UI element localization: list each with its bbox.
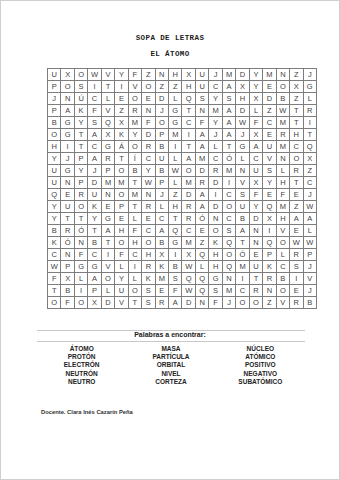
- grid-cell-r7c12: A: [196, 141, 209, 153]
- grid-cell-r5c4: S: [88, 117, 101, 129]
- grid-cell-r14c9: A: [156, 225, 169, 237]
- word-item: CORTEZA: [126, 378, 215, 386]
- grid-cell-r13c5: G: [102, 213, 115, 225]
- grid-cell-r19c14: M: [223, 285, 236, 297]
- grid-cell-r4c5: V: [102, 105, 115, 117]
- grid-cell-r2c12: U: [196, 81, 209, 93]
- grid-cell-r11c8: N: [142, 189, 155, 201]
- grid-cell-r12c8: R: [142, 201, 155, 213]
- word-item: NEUTRO: [37, 378, 126, 386]
- grid-cell-r8c10: L: [169, 153, 182, 165]
- word-item: ELECTRÓN: [37, 361, 126, 369]
- grid-cell-r1c6: Y: [115, 69, 128, 81]
- grid-cell-r16c6: F: [115, 249, 128, 261]
- grid-cell-r9c15: N: [236, 165, 249, 177]
- grid-cell-r13c20: A: [304, 213, 317, 225]
- grid-cell-r9c17: S: [263, 165, 276, 177]
- grid-cell-r16c12: Q: [196, 249, 209, 261]
- grid-cell-r11c14: C: [223, 189, 236, 201]
- grid-cell-r11c9: J: [156, 189, 169, 201]
- grid-cell-r14c8: C: [142, 225, 155, 237]
- grid-cell-r16c14: O: [223, 249, 236, 261]
- grid-cell-r1c18: N: [277, 69, 290, 81]
- grid-cell-r19c5: L: [102, 285, 115, 297]
- grid-cell-r11c2: E: [61, 189, 74, 201]
- grid-cell-r10c19: T: [290, 177, 303, 189]
- grid-cell-r19c17: N: [263, 285, 276, 297]
- grid-cell-r1c10: H: [169, 69, 182, 81]
- word-item: NEGATIVO: [216, 370, 305, 378]
- grid-cell-r5c12: F: [196, 117, 209, 129]
- grid-cell-r10c11: M: [182, 177, 195, 189]
- grid-cell-r14c13: O: [209, 225, 222, 237]
- grid-cell-r5c1: B: [48, 117, 61, 129]
- grid-cell-r1c13: J: [209, 69, 222, 81]
- grid-cell-r9c10: W: [169, 165, 182, 177]
- grid-cell-r19c8: S: [142, 285, 155, 297]
- grid-cell-r4c16: L: [250, 105, 263, 117]
- grid-cell-r12c12: A: [196, 201, 209, 213]
- grid-cell-r6c13: J: [209, 129, 222, 141]
- grid-cell-r11c16: F: [250, 189, 263, 201]
- grid-cell-r12c16: Y: [250, 201, 263, 213]
- grid-cell-r19c2: B: [61, 285, 74, 297]
- grid-cell-r2c10: Z: [169, 81, 182, 93]
- grid-cell-r5c20: I: [304, 117, 317, 129]
- grid-cell-r6c9: P: [156, 129, 169, 141]
- grid-cell-r20c16: O: [250, 297, 263, 309]
- grid-cell-r5c7: M: [129, 117, 142, 129]
- word-item: ÁTOMO: [37, 345, 126, 353]
- grid-cell-r16c16: E: [250, 249, 263, 261]
- grid-cell-r15c3: N: [75, 237, 88, 249]
- grid-cell-r20c13: F: [209, 297, 222, 309]
- grid-cell-r17c2: P: [61, 261, 74, 273]
- grid-cell-r8c20: X: [304, 153, 317, 165]
- grid-cell-r15c5: T: [102, 237, 115, 249]
- grid-cell-r16c15: Ó: [236, 249, 249, 261]
- grid-cell-r13c7: L: [129, 213, 142, 225]
- grid-cell-r14c15: A: [236, 225, 249, 237]
- grid-cell-r7c14: T: [223, 141, 236, 153]
- grid-cell-r14c14: S: [223, 225, 236, 237]
- grid-cell-r3c7: O: [129, 93, 142, 105]
- grid-cell-r10c12: R: [196, 177, 209, 189]
- grid-cell-r5c15: W: [236, 117, 249, 129]
- grid-cell-r20c20: B: [304, 297, 317, 309]
- grid-cell-r20c9: R: [156, 297, 169, 309]
- grid-cell-r5c14: A: [223, 117, 236, 129]
- grid-cell-r16c9: X: [156, 249, 169, 261]
- grid-cell-r17c14: Q: [223, 261, 236, 273]
- puzzle-subtitle: EL ÁTOMO: [1, 50, 339, 58]
- grid-cell-r17c12: L: [196, 261, 209, 273]
- grid-cell-r15c13: K: [209, 237, 222, 249]
- grid-cell-r5c8: F: [142, 117, 155, 129]
- grid-cell-r3c6: E: [115, 93, 128, 105]
- grid-cell-r7c20: Q: [304, 141, 317, 153]
- grid-cell-r9c8: Y: [142, 165, 155, 177]
- grid-cell-r15c6: O: [115, 237, 128, 249]
- grid-cell-r6c5: X: [102, 129, 115, 141]
- grid-cell-r8c13: C: [209, 153, 222, 165]
- grid-cell-r10c16: X: [250, 177, 263, 189]
- grid-cell-r12c18: M: [277, 201, 290, 213]
- grid-cell-r6c14: A: [223, 129, 236, 141]
- grid-cell-r19c3: I: [75, 285, 88, 297]
- grid-cell-r13c9: C: [156, 213, 169, 225]
- grid-cell-r2c14: A: [223, 81, 236, 93]
- grid-cell-r9c11: O: [182, 165, 195, 177]
- grid-cell-r14c20: L: [304, 225, 317, 237]
- grid-cell-r15c14: Q: [223, 237, 236, 249]
- grid-cell-r17c15: M: [236, 261, 249, 273]
- grid-cell-r18c5: O: [102, 273, 115, 285]
- grid-cell-r15c7: H: [129, 237, 142, 249]
- grid-cell-r14c6: H: [115, 225, 128, 237]
- grid-cell-r11c15: S: [236, 189, 249, 201]
- grid-cell-r16c4: C: [88, 249, 101, 261]
- grid-cell-r6c16: X: [250, 129, 263, 141]
- grid-cell-r11c1: Q: [48, 189, 61, 201]
- grid-cell-r6c7: Y: [129, 129, 142, 141]
- grid-cell-r15c4: B: [88, 237, 101, 249]
- grid-cell-r10c10: L: [169, 177, 182, 189]
- grid-cell-r3c2: N: [61, 93, 74, 105]
- grid-cell-r20c10: A: [169, 297, 182, 309]
- grid-cell-r13c16: D: [250, 213, 263, 225]
- grid-cell-r8c4: A: [88, 153, 101, 165]
- grid-cell-r19c6: U: [115, 285, 128, 297]
- grid-cell-r20c12: N: [196, 297, 209, 309]
- grid-cell-r13c3: T: [75, 213, 88, 225]
- grid-cell-r1c4: W: [88, 69, 101, 81]
- grid-cell-r5c11: C: [182, 117, 195, 129]
- grid-cell-r16c1: C: [48, 249, 61, 261]
- grid-cell-r18c19: I: [290, 273, 303, 285]
- grid-cell-r18c15: I: [236, 273, 249, 285]
- grid-cell-r10c8: W: [142, 177, 155, 189]
- grid-cell-r12c20: W: [304, 201, 317, 213]
- grid-cell-r8c1: Y: [48, 153, 61, 165]
- grid-cell-r11c3: R: [75, 189, 88, 201]
- grid-cell-r20c2: F: [61, 297, 74, 309]
- grid-cell-r12c5: E: [102, 201, 115, 213]
- grid-cell-r18c12: Q: [196, 273, 209, 285]
- grid-cell-r4c15: D: [236, 105, 249, 117]
- grid-cell-r1c5: V: [102, 69, 115, 81]
- grid-cell-r13c13: N: [209, 213, 222, 225]
- grid-cell-r17c19: S: [290, 261, 303, 273]
- grid-cell-r4c10: G: [169, 105, 182, 117]
- grid-cell-r9c20: Z: [304, 165, 317, 177]
- grid-cell-r6c20: T: [304, 129, 317, 141]
- grid-cell-r17c9: K: [156, 261, 169, 273]
- grid-cell-r13c18: H: [277, 213, 290, 225]
- grid-cell-r13c11: R: [182, 213, 195, 225]
- grid-cell-r19c11: W: [182, 285, 195, 297]
- grid-cell-r13c14: C: [223, 213, 236, 225]
- grid-cell-r8c11: A: [182, 153, 195, 165]
- grid-cell-r4c12: N: [196, 105, 209, 117]
- grid-cell-r11c19: E: [290, 189, 303, 201]
- grid-cell-r7c7: O: [129, 141, 142, 153]
- grid-cell-r18c7: L: [129, 273, 142, 285]
- grid-cell-r10c1: U: [48, 177, 61, 189]
- grid-cell-r5c10: G: [169, 117, 182, 129]
- grid-cell-r20c7: T: [129, 297, 142, 309]
- word-list-column-1: ÁTOMOPROTÓNELECTRÓNNEUTRÓNNEUTRO: [37, 345, 126, 386]
- grid-cell-r13c19: A: [290, 213, 303, 225]
- grid-cell-r17c17: K: [263, 261, 276, 273]
- grid-cell-r19c19: E: [290, 285, 303, 297]
- grid-cell-r19c15: C: [236, 285, 249, 297]
- grid-cell-r11c18: F: [277, 189, 290, 201]
- grid-cell-r2c13: C: [209, 81, 222, 93]
- grid-cell-r8c17: V: [263, 153, 276, 165]
- grid-cell-r3c15: H: [236, 93, 249, 105]
- grid-cell-r14c4: T: [88, 225, 101, 237]
- grid-cell-r6c4: A: [88, 129, 101, 141]
- grid-cell-r4c6: Z: [115, 105, 128, 117]
- grid-cell-r5c3: Y: [75, 117, 88, 129]
- grid-cell-r7c15: G: [236, 141, 249, 153]
- grid-cell-r7c18: M: [277, 141, 290, 153]
- grid-cell-r20c6: V: [115, 297, 128, 309]
- grid-cell-r15c17: Q: [263, 237, 276, 249]
- grid-cell-r18c14: N: [223, 273, 236, 285]
- word-list-column-3: NÚCLEOATÓMICOPOSITIVONEGATIVOSUBATÓMICO: [216, 345, 305, 386]
- grid-cell-r13c15: B: [236, 213, 249, 225]
- grid-cell-r16c17: P: [263, 249, 276, 261]
- grid-cell-r6c17: E: [263, 129, 276, 141]
- grid-cell-r1c3: O: [75, 69, 88, 81]
- grid-cell-r6c15: J: [236, 129, 249, 141]
- grid-cell-r3c16: X: [250, 93, 263, 105]
- grid-cell-r20c1: O: [48, 297, 61, 309]
- grid-cell-r6c12: A: [196, 129, 209, 141]
- grid-cell-r18c11: Q: [182, 273, 195, 285]
- grid-cell-r3c13: Y: [209, 93, 222, 105]
- grid-cell-r2c2: O: [61, 81, 74, 93]
- grid-cell-r19c10: F: [169, 285, 182, 297]
- grid-cell-r5c2: G: [61, 117, 74, 129]
- grid-cell-r10c14: I: [223, 177, 236, 189]
- grid-cell-r14c5: A: [102, 225, 115, 237]
- grid-cell-r18c6: Y: [115, 273, 128, 285]
- grid-cell-r19c20: J: [304, 285, 317, 297]
- word-item: NÚCLEO: [216, 345, 305, 353]
- grid-cell-r1c2: X: [61, 69, 74, 81]
- grid-cell-r2c15: X: [236, 81, 249, 93]
- grid-cell-r6c19: H: [290, 129, 303, 141]
- word-item: SUBATÓMICO: [216, 378, 305, 386]
- grid-cell-r16c19: R: [290, 249, 303, 261]
- grid-cell-r10c20: C: [304, 177, 317, 189]
- grid-cell-r14c2: R: [61, 225, 74, 237]
- word-list: ÁTOMOPROTÓNELECTRÓNNEUTRÓNNEUTROMASAPART…: [37, 345, 305, 386]
- grid-cell-r3c19: Z: [290, 93, 303, 105]
- grid-cell-r8c15: L: [236, 153, 249, 165]
- grid-cell-r3c18: B: [277, 93, 290, 105]
- grid-cell-r3c3: Ú: [75, 93, 88, 105]
- grid-cell-r1c15: D: [236, 69, 249, 81]
- grid-cell-r12c10: H: [169, 201, 182, 213]
- grid-cell-r9c16: U: [250, 165, 263, 177]
- grid-cell-r5c17: C: [263, 117, 276, 129]
- grid-cell-r14c11: C: [182, 225, 195, 237]
- grid-cell-r15c19: W: [290, 237, 303, 249]
- grid-cell-r4c11: T: [182, 105, 195, 117]
- grid-cell-r8c3: P: [75, 153, 88, 165]
- grid-cell-r9c1: U: [48, 165, 61, 177]
- grid-cell-r1c12: U: [196, 69, 209, 81]
- grid-cell-r13c17: X: [263, 213, 276, 225]
- grid-cell-r2c20: G: [304, 81, 317, 93]
- grid-cell-r17c3: G: [75, 261, 88, 273]
- grid-cell-r14c18: V: [277, 225, 290, 237]
- grid-cell-r2c8: O: [142, 81, 155, 93]
- grid-cell-r1c1: U: [48, 69, 61, 81]
- grid-cell-r13c4: Y: [88, 213, 101, 225]
- grid-cell-r12c19: Z: [290, 201, 303, 213]
- grid-cell-r17c20: J: [304, 261, 317, 273]
- grid-cell-r9c19: R: [290, 165, 303, 177]
- grid-cell-r10c6: M: [115, 177, 128, 189]
- grid-cell-r7c3: T: [75, 141, 88, 153]
- grid-cell-r4c19: T: [290, 105, 303, 117]
- grid-cell-r8c5: R: [102, 153, 115, 165]
- grid-cell-r12c6: P: [115, 201, 128, 213]
- grid-cell-r17c4: G: [88, 261, 101, 273]
- grid-cell-r15c16: N: [250, 237, 263, 249]
- grid-cell-r12c14: O: [223, 201, 236, 213]
- grid-cell-r20c5: D: [102, 297, 115, 309]
- grid-cell-r7c17: U: [263, 141, 276, 153]
- grid-cell-r15c10: G: [169, 237, 182, 249]
- grid-cell-r18c13: G: [209, 273, 222, 285]
- grid-cell-r16c13: H: [209, 249, 222, 261]
- grid-cell-r18c20: V: [304, 273, 317, 285]
- word-item: NEUTRÓN: [37, 370, 126, 378]
- grid-cell-r13c12: Ó: [196, 213, 209, 225]
- grid-cell-r17c13: H: [209, 261, 222, 273]
- grid-cell-r11c11: D: [182, 189, 195, 201]
- grid-cell-r12c15: U: [236, 201, 249, 213]
- grid-cell-r10c4: D: [88, 177, 101, 189]
- grid-cell-r6c2: G: [61, 129, 74, 141]
- grid-cell-r9c3: Y: [75, 165, 88, 177]
- grid-cell-r11c7: M: [129, 189, 142, 201]
- grid-cell-r3c20: L: [304, 93, 317, 105]
- grid-cell-r6c1: O: [48, 129, 61, 141]
- grid-cell-r12c3: O: [75, 201, 88, 213]
- grid-cell-r2c5: T: [102, 81, 115, 93]
- grid-cell-r13c2: T: [61, 213, 74, 225]
- grid-cell-r17c6: L: [115, 261, 128, 273]
- grid-cell-r20c19: R: [290, 297, 303, 309]
- grid-cell-r17c16: U: [250, 261, 263, 273]
- grid-cell-r17c7: I: [129, 261, 142, 273]
- grid-cell-r7c9: B: [156, 141, 169, 153]
- teacher-credit: Docente. Clara Inés Cazarín Peña: [41, 409, 133, 415]
- grid-cell-r8c7: Í: [129, 153, 142, 165]
- grid-cell-r18c1: F: [48, 273, 61, 285]
- grid-cell-r16c8: H: [142, 249, 155, 261]
- grid-cell-r10c2: N: [61, 177, 74, 189]
- grid-cell-r18c9: M: [156, 273, 169, 285]
- grid-cell-r9c6: O: [115, 165, 128, 177]
- grid-cell-r3c17: D: [263, 93, 276, 105]
- grid-cell-r16c7: C: [129, 249, 142, 261]
- grid-cell-r11c17: E: [263, 189, 276, 201]
- grid-cell-r19c16: R: [250, 285, 263, 297]
- grid-cell-r12c4: K: [88, 201, 101, 213]
- grid-cell-r12c9: L: [156, 201, 169, 213]
- grid-cell-r4c17: Z: [263, 105, 276, 117]
- grid-cell-r7c19: C: [290, 141, 303, 153]
- grid-cell-r5c13: Y: [209, 117, 222, 129]
- grid-cell-r10c18: H: [277, 177, 290, 189]
- grid-cell-r7c1: H: [48, 141, 61, 153]
- grid-cell-r1c19: Z: [290, 69, 303, 81]
- grid-cell-r18c8: K: [142, 273, 155, 285]
- grid-cell-r10c5: M: [102, 177, 115, 189]
- grid-cell-r7c11: T: [182, 141, 195, 153]
- grid-cell-r1c20: J: [304, 69, 317, 81]
- grid-cell-r1c16: Y: [250, 69, 263, 81]
- grid-cell-r20c14: J: [223, 297, 236, 309]
- grid-cell-r9c18: L: [277, 165, 290, 177]
- grid-cell-r4c14: A: [223, 105, 236, 117]
- grid-cell-r9c7: B: [129, 165, 142, 177]
- grid-cell-r7c8: R: [142, 141, 155, 153]
- grid-cell-r2c11: H: [182, 81, 195, 93]
- grid-cell-r14c17: I: [263, 225, 276, 237]
- grid-cell-r17c8: R: [142, 261, 155, 273]
- grid-cell-r8c2: J: [61, 153, 74, 165]
- grid-cell-r1c11: X: [182, 69, 195, 81]
- grid-cell-r12c11: R: [182, 201, 195, 213]
- grid-cell-r2c7: V: [129, 81, 142, 93]
- grid-cell-r11c6: O: [115, 189, 128, 201]
- grid-cell-r10c7: T: [129, 177, 142, 189]
- grid-cell-r15c2: Ó: [61, 237, 74, 249]
- grid-cell-r16c20: P: [304, 249, 317, 261]
- grid-cell-r4c8: N: [142, 105, 155, 117]
- grid-cell-r6c6: K: [115, 129, 128, 141]
- word-list-heading: Palabras a encontrar:: [1, 331, 339, 338]
- grid-cell-r5c6: X: [115, 117, 128, 129]
- grid-cell-r10c15: V: [236, 177, 249, 189]
- grid-cell-r17c1: W: [48, 261, 61, 273]
- grid-cell-r2c1: P: [48, 81, 61, 93]
- grid-cell-r13c8: E: [142, 213, 155, 225]
- grid-cell-r20c8: S: [142, 297, 155, 309]
- grid-cell-r16c5: I: [102, 249, 115, 261]
- grid-cell-r9c9: B: [156, 165, 169, 177]
- grid-cell-r15c1: K: [48, 237, 61, 249]
- grid-cell-r10c13: D: [209, 177, 222, 189]
- word-item: MASA: [126, 345, 215, 353]
- grid-cell-r12c7: T: [129, 201, 142, 213]
- grid-cell-r13c10: T: [169, 213, 182, 225]
- grid-cell-r5c9: O: [156, 117, 169, 129]
- grid-cell-r8c16: C: [250, 153, 263, 165]
- grid-cell-r7c5: G: [102, 141, 115, 153]
- grid-cell-r4c13: M: [209, 105, 222, 117]
- grid-cell-r7c13: L: [209, 141, 222, 153]
